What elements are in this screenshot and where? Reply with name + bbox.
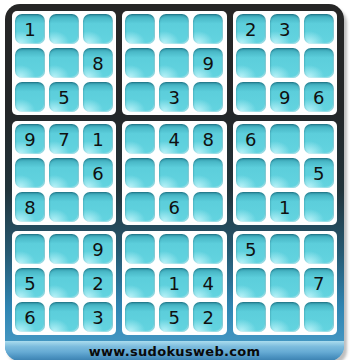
sudoku-cell[interactable]: 6 [304, 82, 334, 112]
sudoku-cell[interactable]: 6 [236, 124, 266, 154]
sudoku-cell[interactable] [125, 14, 155, 44]
sudoku-cell[interactable]: 8 [193, 124, 223, 154]
sudoku-cell[interactable]: 9 [193, 48, 223, 78]
sudoku-box: 57 [233, 231, 337, 335]
sudoku-cell[interactable] [236, 48, 266, 78]
sudoku-board-frame: 185 93 2396 97168 486 651 95263 1452 57 … [5, 4, 344, 360]
sudoku-cell[interactable] [159, 14, 189, 44]
sudoku-cell[interactable]: 1 [159, 268, 189, 298]
sudoku-cell[interactable]: 7 [49, 124, 79, 154]
sudoku-cell[interactable] [15, 82, 45, 112]
sudoku-cell[interactable] [270, 302, 300, 332]
sudoku-cell[interactable] [125, 268, 155, 298]
sudoku-cell[interactable] [49, 192, 79, 222]
sudoku-grid: 185 93 2396 97168 486 651 95263 1452 57 [5, 4, 344, 341]
sudoku-box: 95263 [12, 231, 116, 335]
sudoku-cell[interactable]: 9 [15, 124, 45, 154]
sudoku-cell[interactable] [83, 192, 113, 222]
sudoku-cell[interactable] [49, 234, 79, 264]
sudoku-cell[interactable] [270, 124, 300, 154]
sudoku-cell[interactable] [304, 124, 334, 154]
sudoku-cell[interactable] [304, 234, 334, 264]
sudoku-cell[interactable] [15, 234, 45, 264]
sudoku-cell[interactable] [193, 192, 223, 222]
sudoku-cell[interactable]: 7 [304, 268, 334, 298]
sudoku-cell[interactable] [49, 268, 79, 298]
sudoku-cell[interactable]: 3 [159, 82, 189, 112]
sudoku-cell[interactable] [304, 192, 334, 222]
sudoku-cell[interactable]: 3 [270, 14, 300, 44]
sudoku-cell[interactable] [236, 158, 266, 188]
sudoku-box: 185 [12, 11, 116, 115]
sudoku-cell[interactable] [83, 82, 113, 112]
sudoku-cell[interactable] [125, 234, 155, 264]
sudoku-cell[interactable] [49, 158, 79, 188]
sudoku-cell[interactable] [236, 268, 266, 298]
sudoku-cell[interactable] [159, 48, 189, 78]
sudoku-cell[interactable] [193, 234, 223, 264]
sudoku-cell[interactable] [125, 124, 155, 154]
sudoku-cell[interactable] [270, 48, 300, 78]
sudoku-cell[interactable] [125, 158, 155, 188]
sudoku-box: 1452 [122, 231, 226, 335]
sudoku-cell[interactable] [49, 302, 79, 332]
sudoku-cell[interactable] [304, 302, 334, 332]
sudoku-cell[interactable] [304, 48, 334, 78]
sudoku-cell[interactable] [270, 158, 300, 188]
sudoku-cell[interactable] [15, 48, 45, 78]
sudoku-cell[interactable] [193, 14, 223, 44]
sudoku-cell[interactable] [193, 82, 223, 112]
sudoku-cell[interactable]: 5 [304, 158, 334, 188]
sudoku-cell[interactable] [236, 302, 266, 332]
sudoku-cell[interactable] [125, 302, 155, 332]
sudoku-cell[interactable] [159, 158, 189, 188]
sudoku-cell[interactable]: 1 [270, 192, 300, 222]
sudoku-cell[interactable] [270, 268, 300, 298]
sudoku-cell[interactable] [236, 82, 266, 112]
sudoku-cell[interactable] [83, 14, 113, 44]
sudoku-cell[interactable] [125, 192, 155, 222]
sudoku-cell[interactable]: 5 [159, 302, 189, 332]
sudoku-cell[interactable]: 9 [270, 82, 300, 112]
sudoku-cell[interactable]: 4 [159, 124, 189, 154]
sudoku-cell[interactable]: 1 [15, 14, 45, 44]
sudoku-cell[interactable] [193, 158, 223, 188]
sudoku-cell[interactable]: 8 [83, 48, 113, 78]
sudoku-cell[interactable]: 6 [83, 158, 113, 188]
sudoku-cell[interactable]: 2 [83, 268, 113, 298]
sudoku-cell[interactable]: 6 [159, 192, 189, 222]
sudoku-cell[interactable]: 6 [15, 302, 45, 332]
sudoku-cell[interactable]: 9 [83, 234, 113, 264]
sudoku-cell[interactable]: 5 [15, 268, 45, 298]
sudoku-cell[interactable]: 4 [193, 268, 223, 298]
sudoku-cell[interactable] [49, 14, 79, 44]
sudoku-cell[interactable]: 3 [83, 302, 113, 332]
footer-url: www.sudokusweb.com [5, 341, 344, 360]
sudoku-box: 486 [122, 121, 226, 225]
sudoku-cell[interactable] [125, 48, 155, 78]
sudoku-box: 97168 [12, 121, 116, 225]
sudoku-cell[interactable] [159, 234, 189, 264]
sudoku-cell[interactable]: 8 [15, 192, 45, 222]
sudoku-box: 651 [233, 121, 337, 225]
sudoku-cell[interactable]: 5 [49, 82, 79, 112]
sudoku-cell[interactable] [304, 14, 334, 44]
sudoku-cell[interactable] [236, 192, 266, 222]
sudoku-cell[interactable] [15, 158, 45, 188]
sudoku-cell[interactable]: 2 [236, 14, 266, 44]
sudoku-cell[interactable] [49, 48, 79, 78]
sudoku-cell[interactable] [270, 234, 300, 264]
sudoku-box: 93 [122, 11, 226, 115]
sudoku-cell[interactable]: 1 [83, 124, 113, 154]
sudoku-box: 2396 [233, 11, 337, 115]
sudoku-cell[interactable]: 5 [236, 234, 266, 264]
sudoku-cell[interactable]: 2 [193, 302, 223, 332]
sudoku-cell[interactable] [125, 82, 155, 112]
